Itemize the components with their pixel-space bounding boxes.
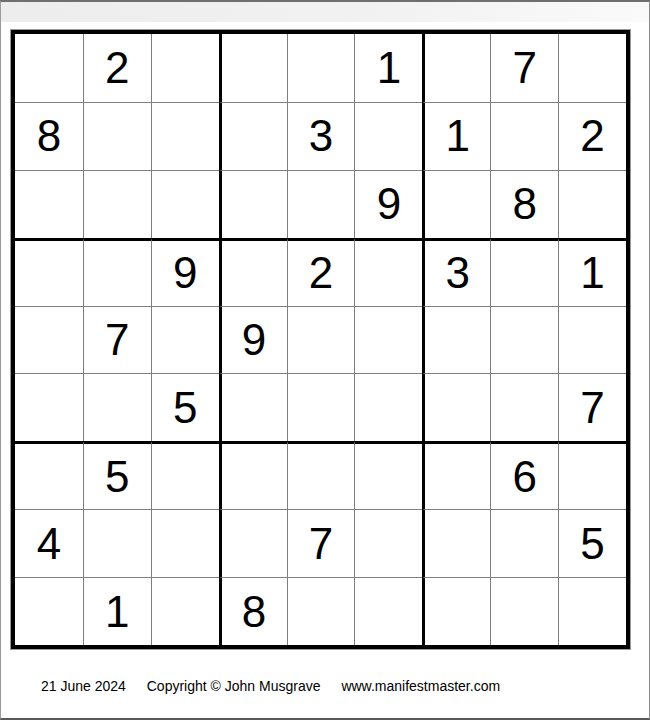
cell-r9c9[interactable] [558, 577, 626, 645]
cell-r3c8[interactable]: 8 [490, 170, 558, 238]
footer: 21 June 2024 Copyright © John Musgrave w… [41, 678, 500, 694]
cell-r9c4[interactable]: 8 [219, 577, 287, 645]
cell-r9c2[interactable]: 1 [83, 577, 151, 645]
cell-r5c2[interactable]: 7 [83, 306, 151, 374]
cell-r2c8[interactable] [490, 102, 558, 170]
cell-r1c7[interactable] [422, 34, 490, 102]
cell-r3c7[interactable] [422, 170, 490, 238]
cell-r2c3[interactable] [151, 102, 219, 170]
cell-r8c7[interactable] [422, 509, 490, 577]
cell-r4c6[interactable] [354, 238, 422, 306]
cell-r6c7[interactable] [422, 373, 490, 441]
cell-r3c4[interactable] [219, 170, 287, 238]
cell-r5c4[interactable]: 9 [219, 306, 287, 374]
cell-r5c6[interactable] [354, 306, 422, 374]
cell-r5c1[interactable] [15, 306, 83, 374]
cell-r3c9[interactable] [558, 170, 626, 238]
cell-r1c2[interactable]: 2 [83, 34, 151, 102]
cell-r4c3[interactable]: 9 [151, 238, 219, 306]
footer-website: www.manifestmaster.com [341, 678, 500, 694]
cell-r3c5[interactable] [287, 170, 355, 238]
cell-r8c3[interactable] [151, 509, 219, 577]
cell-r2c4[interactable] [219, 102, 287, 170]
footer-copyright: Copyright © John Musgrave [147, 678, 321, 694]
cell-r9c8[interactable] [490, 577, 558, 645]
cell-r1c3[interactable] [151, 34, 219, 102]
cell-r8c6[interactable] [354, 509, 422, 577]
cell-r7c6[interactable] [354, 441, 422, 509]
cell-r9c5[interactable] [287, 577, 355, 645]
cell-r8c9[interactable]: 5 [558, 509, 626, 577]
cell-r6c1[interactable] [15, 373, 83, 441]
cell-r8c8[interactable] [490, 509, 558, 577]
cell-r5c5[interactable] [287, 306, 355, 374]
cell-r4c1[interactable] [15, 238, 83, 306]
footer-date: 21 June 2024 [41, 678, 126, 694]
cell-r2c9[interactable]: 2 [558, 102, 626, 170]
cell-r1c5[interactable] [287, 34, 355, 102]
sudoku-board: 217831298923179575647518 [11, 30, 630, 649]
cell-r3c1[interactable] [15, 170, 83, 238]
cell-r7c7[interactable] [422, 441, 490, 509]
cell-r7c1[interactable] [15, 441, 83, 509]
cell-r2c7[interactable]: 1 [422, 102, 490, 170]
cell-r6c8[interactable] [490, 373, 558, 441]
cell-r2c6[interactable] [354, 102, 422, 170]
cell-r1c9[interactable] [558, 34, 626, 102]
cell-r6c2[interactable] [83, 373, 151, 441]
cell-r6c9[interactable]: 7 [558, 373, 626, 441]
cell-r8c1[interactable]: 4 [15, 509, 83, 577]
cell-r5c9[interactable] [558, 306, 626, 374]
cell-r1c1[interactable] [15, 34, 83, 102]
cell-r3c6[interactable]: 9 [354, 170, 422, 238]
cell-r8c2[interactable] [83, 509, 151, 577]
cell-r6c6[interactable] [354, 373, 422, 441]
cell-r7c2[interactable]: 5 [83, 441, 151, 509]
cell-r4c9[interactable]: 1 [558, 238, 626, 306]
cell-r3c3[interactable] [151, 170, 219, 238]
window-top-bar [1, 2, 649, 22]
cell-r1c6[interactable]: 1 [354, 34, 422, 102]
cell-r7c5[interactable] [287, 441, 355, 509]
cell-r6c3[interactable]: 5 [151, 373, 219, 441]
cell-r7c9[interactable] [558, 441, 626, 509]
cell-r7c4[interactable] [219, 441, 287, 509]
cell-r7c8[interactable]: 6 [490, 441, 558, 509]
cell-r6c5[interactable] [287, 373, 355, 441]
cell-r9c7[interactable] [422, 577, 490, 645]
cell-r3c2[interactable] [83, 170, 151, 238]
cell-r4c5[interactable]: 2 [287, 238, 355, 306]
cell-r2c1[interactable]: 8 [15, 102, 83, 170]
cell-r8c5[interactable]: 7 [287, 509, 355, 577]
cell-r7c3[interactable] [151, 441, 219, 509]
cell-r5c7[interactable] [422, 306, 490, 374]
cell-r9c6[interactable] [354, 577, 422, 645]
cell-r2c5[interactable]: 3 [287, 102, 355, 170]
puzzle-page: 217831298923179575647518 21 June 2024 Co… [0, 0, 650, 720]
cell-r4c8[interactable] [490, 238, 558, 306]
cell-r6c4[interactable] [219, 373, 287, 441]
cell-r5c8[interactable] [490, 306, 558, 374]
cell-r8c4[interactable] [219, 509, 287, 577]
cell-r1c4[interactable] [219, 34, 287, 102]
cell-r4c2[interactable] [83, 238, 151, 306]
cell-r2c2[interactable] [83, 102, 151, 170]
cell-r1c8[interactable]: 7 [490, 34, 558, 102]
cell-r4c7[interactable]: 3 [422, 238, 490, 306]
cell-r9c1[interactable] [15, 577, 83, 645]
cell-r4c4[interactable] [219, 238, 287, 306]
cell-r9c3[interactable] [151, 577, 219, 645]
cell-r5c3[interactable] [151, 306, 219, 374]
